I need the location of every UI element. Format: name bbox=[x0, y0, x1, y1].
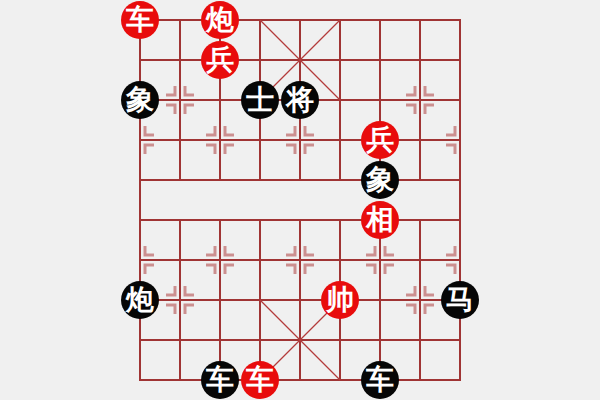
piece-black-general[interactable]: 将 bbox=[281, 81, 319, 119]
piece-black-horse[interactable]: 马 bbox=[441, 281, 479, 319]
piece-red-elephant[interactable]: 相 bbox=[361, 201, 399, 239]
piece-black-chariot[interactable]: 车 bbox=[201, 361, 239, 399]
piece-black-chariot[interactable]: 车 bbox=[361, 361, 399, 399]
piece-red-general[interactable]: 帅 bbox=[321, 281, 359, 319]
piece-black-advisor[interactable]: 士 bbox=[241, 81, 279, 119]
piece-black-elephant[interactable]: 象 bbox=[361, 161, 399, 199]
piece-black-cannon[interactable]: 炮 bbox=[121, 281, 159, 319]
piece-red-soldier[interactable]: 兵 bbox=[361, 121, 399, 159]
xiangqi-screenshot: 车炮兵象士将兵象相炮帅马车车车 bbox=[0, 0, 600, 400]
piece-red-soldier[interactable]: 兵 bbox=[201, 41, 239, 79]
piece-red-chariot[interactable]: 车 bbox=[241, 361, 279, 399]
piece-red-cannon[interactable]: 炮 bbox=[201, 1, 239, 39]
piece-black-elephant[interactable]: 象 bbox=[121, 81, 159, 119]
pieces-layer: 车炮兵象士将兵象相炮帅马车车车 bbox=[0, 0, 600, 400]
piece-red-chariot[interactable]: 车 bbox=[121, 1, 159, 39]
